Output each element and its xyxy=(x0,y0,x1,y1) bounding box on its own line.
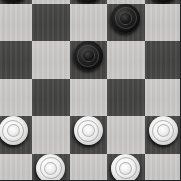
board-square[interactable] xyxy=(0,79,32,117)
black-checker-piece[interactable] xyxy=(74,0,103,3)
board-square[interactable] xyxy=(107,79,145,117)
black-checker-piece[interactable] xyxy=(0,0,28,3)
white-checker-piece[interactable] xyxy=(0,116,28,145)
board-square[interactable] xyxy=(145,79,181,117)
board-square[interactable] xyxy=(0,41,32,79)
board-square[interactable] xyxy=(0,116,32,154)
checkers-board-viewport xyxy=(0,0,180,180)
piece-core xyxy=(7,124,20,137)
board-square[interactable] xyxy=(70,154,108,181)
board-square[interactable] xyxy=(70,116,108,154)
board-square[interactable] xyxy=(32,116,70,154)
board-square[interactable] xyxy=(107,116,145,154)
white-checker-piece[interactable] xyxy=(111,154,140,181)
black-checker-piece[interactable] xyxy=(149,0,178,3)
board-square[interactable] xyxy=(70,4,108,42)
piece-core xyxy=(119,162,132,175)
piece-core xyxy=(119,12,132,25)
black-checker-piece[interactable] xyxy=(74,41,103,70)
white-checker-piece[interactable] xyxy=(149,116,178,145)
board-square[interactable] xyxy=(145,4,181,42)
board-square[interactable] xyxy=(145,154,181,181)
white-checker-piece[interactable] xyxy=(74,116,103,145)
checkers-board xyxy=(0,0,180,180)
board-square[interactable] xyxy=(32,4,70,42)
piece-core xyxy=(157,124,170,137)
board-square[interactable] xyxy=(145,41,181,79)
board-square[interactable] xyxy=(107,154,145,181)
board-square[interactable] xyxy=(0,154,32,181)
board-square[interactable] xyxy=(107,4,145,42)
board-square[interactable] xyxy=(107,41,145,79)
board-square[interactable] xyxy=(32,154,70,181)
piece-core xyxy=(44,162,57,175)
board-square[interactable] xyxy=(32,41,70,79)
board-square[interactable] xyxy=(70,79,108,117)
board-square[interactable] xyxy=(70,41,108,79)
white-checker-piece[interactable] xyxy=(36,154,65,181)
piece-core xyxy=(82,49,95,62)
board-square[interactable] xyxy=(32,79,70,117)
board-square[interactable] xyxy=(0,4,32,42)
board-square[interactable] xyxy=(145,116,181,154)
black-checker-piece[interactable] xyxy=(111,4,140,33)
piece-core xyxy=(82,124,95,137)
